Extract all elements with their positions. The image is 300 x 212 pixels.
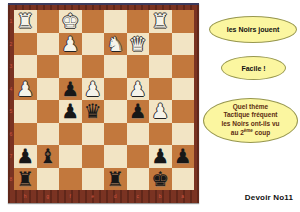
square-b2[interactable] bbox=[149, 33, 172, 56]
square-e6[interactable] bbox=[82, 123, 105, 146]
side-to-move-text: les Noirs jouent bbox=[227, 26, 280, 33]
file-label-e: e bbox=[82, 192, 105, 202]
square-f6[interactable] bbox=[59, 123, 82, 146]
square-g1[interactable] bbox=[37, 10, 60, 33]
file-label-a: a bbox=[172, 192, 195, 202]
piece-bB-g7[interactable]: ♝ bbox=[37, 145, 60, 168]
square-a7[interactable]: ♟ bbox=[172, 145, 195, 168]
square-g5[interactable] bbox=[37, 100, 60, 123]
square-d6[interactable] bbox=[104, 123, 127, 146]
question-text: Quel thème Tactique fréquent les Noirs o… bbox=[221, 103, 279, 138]
square-h7[interactable]: ♟ bbox=[14, 145, 37, 168]
chess-board-frame: 12345678 ♜♚♜♟♞♛♟♟♟♟♟♛♟♟♟♝♟♟♜♜♚ hgfedcba bbox=[8, 3, 199, 203]
file-label-g: g bbox=[37, 192, 60, 202]
square-f1[interactable]: ♚ bbox=[59, 10, 82, 33]
square-a3[interactable] bbox=[172, 55, 195, 78]
square-c5[interactable]: ♟ bbox=[127, 100, 150, 123]
piece-wP-c4[interactable]: ♟ bbox=[127, 78, 150, 101]
square-h1[interactable]: ♜ bbox=[14, 10, 37, 33]
square-b7[interactable]: ♟ bbox=[149, 145, 172, 168]
square-f7[interactable] bbox=[59, 145, 82, 168]
square-d4[interactable] bbox=[104, 78, 127, 101]
square-d8[interactable]: ♜ bbox=[104, 168, 127, 191]
square-f5[interactable]: ♟ bbox=[59, 100, 82, 123]
chess-board[interactable]: ♜♚♜♟♞♛♟♟♟♟♟♛♟♟♟♝♟♟♜♜♚ bbox=[14, 10, 194, 190]
square-b5[interactable]: ♟ bbox=[149, 100, 172, 123]
square-f8[interactable] bbox=[59, 168, 82, 191]
piece-wP-b5[interactable]: ♟ bbox=[149, 100, 172, 123]
piece-bR-d8[interactable]: ♜ bbox=[104, 168, 127, 191]
square-h3[interactable] bbox=[14, 55, 37, 78]
piece-wQ-c2[interactable]: ♛ bbox=[127, 33, 150, 56]
exercise-caption: Devoir No11 bbox=[240, 193, 298, 202]
square-h6[interactable] bbox=[14, 123, 37, 146]
square-c3[interactable] bbox=[127, 55, 150, 78]
square-e3[interactable] bbox=[82, 55, 105, 78]
square-c6[interactable] bbox=[127, 123, 150, 146]
square-g8[interactable] bbox=[37, 168, 60, 191]
square-e4[interactable]: ♟ bbox=[82, 78, 105, 101]
square-b6[interactable] bbox=[149, 123, 172, 146]
piece-bP-b7[interactable]: ♟ bbox=[149, 145, 172, 168]
square-a1[interactable] bbox=[172, 10, 195, 33]
square-a8[interactable] bbox=[172, 168, 195, 191]
square-c1[interactable] bbox=[127, 10, 150, 33]
square-f3[interactable] bbox=[59, 55, 82, 78]
square-f2[interactable]: ♟ bbox=[59, 33, 82, 56]
square-a2[interactable] bbox=[172, 33, 195, 56]
square-h8[interactable]: ♜ bbox=[14, 168, 37, 191]
square-a6[interactable] bbox=[172, 123, 195, 146]
piece-wR-h1[interactable]: ♜ bbox=[14, 10, 37, 33]
piece-bR-h8[interactable]: ♜ bbox=[14, 168, 37, 191]
square-c7[interactable] bbox=[127, 145, 150, 168]
piece-wR-b1[interactable]: ♜ bbox=[149, 10, 172, 33]
square-e8[interactable] bbox=[82, 168, 105, 191]
square-b8[interactable]: ♚ bbox=[149, 168, 172, 191]
piece-bP-f5[interactable]: ♟ bbox=[59, 100, 82, 123]
bubble-side-to-move: les Noirs jouent bbox=[209, 16, 297, 43]
square-c4[interactable]: ♟ bbox=[127, 78, 150, 101]
square-a4[interactable] bbox=[172, 78, 195, 101]
square-f4[interactable]: ♟ bbox=[59, 78, 82, 101]
square-h5[interactable] bbox=[14, 100, 37, 123]
file-labels: hgfedcba bbox=[14, 192, 194, 202]
square-e5[interactable]: ♛ bbox=[82, 100, 105, 123]
bubble-question: Quel thème Tactique fréquent les Noirs o… bbox=[203, 98, 298, 143]
piece-bP-h7[interactable]: ♟ bbox=[14, 145, 37, 168]
square-e2[interactable] bbox=[82, 33, 105, 56]
square-g4[interactable] bbox=[37, 78, 60, 101]
square-g6[interactable] bbox=[37, 123, 60, 146]
file-label-f: f bbox=[59, 192, 82, 202]
difficulty-text: Facile ! bbox=[241, 65, 265, 72]
page: 12345678 ♜♚♜♟♞♛♟♟♟♟♟♛♟♟♟♝♟♟♜♜♚ hgfedcba … bbox=[0, 0, 300, 212]
square-a5[interactable] bbox=[172, 100, 195, 123]
square-e1[interactable] bbox=[82, 10, 105, 33]
square-g3[interactable] bbox=[37, 55, 60, 78]
square-b3[interactable] bbox=[149, 55, 172, 78]
piece-wP-e4[interactable]: ♟ bbox=[82, 78, 105, 101]
piece-bQ-e5[interactable]: ♛ bbox=[82, 100, 105, 123]
square-h2[interactable] bbox=[14, 33, 37, 56]
square-g2[interactable] bbox=[37, 33, 60, 56]
piece-wN-d2[interactable]: ♞ bbox=[104, 33, 127, 56]
square-d3[interactable] bbox=[104, 55, 127, 78]
square-h4[interactable]: ♟ bbox=[14, 78, 37, 101]
piece-bP-a7[interactable]: ♟ bbox=[172, 145, 195, 168]
bubble-difficulty: Facile ! bbox=[221, 56, 286, 80]
file-label-c: c bbox=[127, 192, 150, 202]
square-d2[interactable]: ♞ bbox=[104, 33, 127, 56]
square-d7[interactable] bbox=[104, 145, 127, 168]
square-e7[interactable] bbox=[82, 145, 105, 168]
file-label-b: b bbox=[149, 192, 172, 202]
piece-wP-f2[interactable]: ♟ bbox=[59, 33, 82, 56]
piece-wK-f1[interactable]: ♚ bbox=[59, 10, 82, 33]
square-d5[interactable] bbox=[104, 100, 127, 123]
piece-bP-c5[interactable]: ♟ bbox=[127, 100, 150, 123]
piece-bK-b8[interactable]: ♚ bbox=[149, 168, 172, 191]
square-b1[interactable]: ♜ bbox=[149, 10, 172, 33]
file-label-h: h bbox=[14, 192, 37, 202]
square-c2[interactable]: ♛ bbox=[127, 33, 150, 56]
square-d1[interactable] bbox=[104, 10, 127, 33]
file-label-d: d bbox=[104, 192, 127, 202]
piece-wP-h4[interactable]: ♟ bbox=[14, 78, 37, 101]
square-c8[interactable] bbox=[127, 168, 150, 191]
piece-bP-f4[interactable]: ♟ bbox=[59, 78, 82, 101]
square-b4[interactable] bbox=[149, 78, 172, 101]
square-g7[interactable]: ♝ bbox=[37, 145, 60, 168]
